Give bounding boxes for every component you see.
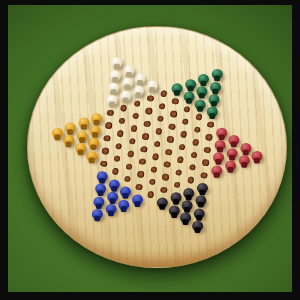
- board-hole[interactable]: [205, 134, 212, 141]
- board-grid-wrap: [28, 33, 286, 261]
- board-hole[interactable]: [149, 179, 156, 186]
- board-hole[interactable]: [100, 160, 107, 167]
- board-hole[interactable]: [132, 113, 139, 120]
- green-peg[interactable]: [208, 94, 219, 104]
- board-cell: [167, 203, 181, 217]
- board-hole[interactable]: [155, 128, 162, 135]
- board-hole[interactable]: [137, 171, 144, 178]
- black-peg[interactable]: [192, 221, 203, 231]
- board-cell: [130, 192, 144, 206]
- red-peg[interactable]: [213, 153, 224, 163]
- red-peg[interactable]: [227, 148, 238, 158]
- board-hole[interactable]: [127, 150, 134, 157]
- red-peg[interactable]: [228, 135, 239, 145]
- black-peg[interactable]: [182, 200, 193, 210]
- board-hole[interactable]: [192, 139, 199, 146]
- board-hole[interactable]: [160, 90, 167, 97]
- board-hole-grid: [40, 50, 274, 239]
- board-hole[interactable]: [153, 141, 160, 148]
- board-cell: [73, 141, 87, 155]
- green-background: [8, 5, 292, 292]
- white-peg[interactable]: [133, 86, 144, 96]
- yellow-peg[interactable]: [88, 138, 99, 148]
- board-hole[interactable]: [157, 116, 164, 123]
- board-hole[interactable]: [163, 161, 170, 168]
- board-hole[interactable]: [143, 120, 150, 127]
- black-peg[interactable]: [180, 213, 191, 223]
- white-peg[interactable]: [120, 90, 131, 100]
- board-cell: [237, 154, 251, 168]
- board-hole[interactable]: [200, 172, 207, 179]
- green-peg[interactable]: [198, 74, 209, 84]
- board-hole[interactable]: [162, 174, 169, 181]
- blue-peg[interactable]: [108, 179, 119, 189]
- red-peg[interactable]: [238, 156, 249, 166]
- yellow-peg[interactable]: [90, 125, 101, 135]
- blue-peg[interactable]: [107, 191, 118, 201]
- board-hole[interactable]: [142, 133, 149, 140]
- board-hole[interactable]: [182, 118, 189, 125]
- board-hole[interactable]: [188, 164, 195, 171]
- board-hole[interactable]: [118, 117, 125, 124]
- board-hole[interactable]: [180, 131, 187, 138]
- board-hole[interactable]: [203, 147, 210, 154]
- board-hole[interactable]: [190, 151, 197, 158]
- green-peg[interactable]: [196, 87, 207, 97]
- board-cell: [143, 188, 157, 202]
- board-hole[interactable]: [183, 106, 190, 113]
- board-hole[interactable]: [158, 103, 165, 110]
- blue-peg[interactable]: [118, 199, 129, 209]
- board-hole[interactable]: [140, 146, 147, 153]
- board-hole[interactable]: [172, 98, 179, 105]
- board-hole[interactable]: [160, 186, 167, 193]
- board-hole[interactable]: [174, 182, 181, 189]
- yellow-peg[interactable]: [87, 151, 98, 161]
- blue-peg[interactable]: [120, 187, 131, 197]
- board-cell: [62, 133, 76, 147]
- white-peg[interactable]: [106, 95, 117, 105]
- board-hole[interactable]: [124, 176, 131, 183]
- board-cell: [250, 149, 264, 163]
- green-peg[interactable]: [195, 99, 206, 109]
- photo-frame: [0, 0, 300, 300]
- green-peg[interactable]: [211, 69, 222, 79]
- board-cell: [117, 197, 131, 211]
- white-peg[interactable]: [110, 70, 121, 80]
- white-peg[interactable]: [123, 65, 134, 75]
- blue-peg[interactable]: [97, 171, 108, 181]
- board-hole[interactable]: [170, 111, 177, 118]
- yellow-peg[interactable]: [65, 122, 76, 132]
- red-peg[interactable]: [217, 127, 228, 137]
- board-hole[interactable]: [130, 125, 137, 132]
- white-peg[interactable]: [146, 81, 157, 91]
- yellow-peg[interactable]: [75, 143, 86, 153]
- board-hole[interactable]: [138, 158, 145, 165]
- white-peg[interactable]: [135, 73, 146, 83]
- board-hole[interactable]: [178, 144, 185, 151]
- grid-row: [250, 149, 264, 163]
- green-peg[interactable]: [183, 91, 194, 101]
- board-cell: [210, 163, 224, 177]
- yellow-peg[interactable]: [92, 113, 103, 123]
- board-hole[interactable]: [207, 121, 214, 128]
- board-hole[interactable]: [103, 135, 110, 142]
- board-hole[interactable]: [165, 149, 172, 156]
- yellow-peg[interactable]: [78, 118, 89, 128]
- board-hole[interactable]: [117, 130, 124, 137]
- blue-peg[interactable]: [93, 196, 104, 206]
- black-peg[interactable]: [197, 183, 208, 193]
- board-cell: [103, 202, 117, 216]
- green-peg[interactable]: [206, 107, 217, 117]
- yellow-peg[interactable]: [52, 127, 63, 137]
- board-hole[interactable]: [168, 123, 175, 130]
- board-hole[interactable]: [128, 138, 135, 145]
- board-hole[interactable]: [167, 136, 174, 143]
- yellow-peg[interactable]: [77, 130, 88, 140]
- board-hole[interactable]: [102, 148, 109, 155]
- board-hole[interactable]: [115, 143, 122, 150]
- red-peg[interactable]: [215, 140, 226, 150]
- blue-peg[interactable]: [132, 194, 143, 204]
- blue-peg[interactable]: [105, 204, 116, 214]
- blue-peg[interactable]: [95, 184, 106, 194]
- board-hole[interactable]: [112, 168, 119, 175]
- black-peg[interactable]: [170, 192, 181, 202]
- black-peg[interactable]: [193, 208, 204, 218]
- board-cell: [85, 149, 99, 163]
- white-peg[interactable]: [121, 78, 132, 88]
- board-hole[interactable]: [135, 183, 142, 190]
- black-peg[interactable]: [168, 205, 179, 215]
- blue-peg[interactable]: [92, 209, 103, 219]
- black-peg[interactable]: [183, 188, 194, 198]
- red-peg[interactable]: [240, 143, 251, 153]
- board-hole[interactable]: [133, 100, 140, 107]
- board-hole[interactable]: [147, 191, 154, 198]
- red-peg[interactable]: [212, 165, 223, 175]
- board-cell: [178, 211, 192, 225]
- board-hole[interactable]: [120, 105, 127, 112]
- red-peg[interactable]: [225, 160, 236, 170]
- board-hole[interactable]: [187, 177, 194, 184]
- board-hole[interactable]: [195, 114, 202, 121]
- board-cell: [155, 195, 169, 209]
- board-hole[interactable]: [202, 159, 209, 166]
- board-cell: [90, 207, 104, 221]
- board-cell: [50, 125, 64, 139]
- board-hole[interactable]: [105, 122, 112, 129]
- board-hole[interactable]: [177, 156, 184, 163]
- board-hole[interactable]: [175, 169, 182, 176]
- board-hole[interactable]: [125, 163, 132, 170]
- green-peg[interactable]: [185, 79, 196, 89]
- board-cell: [190, 219, 204, 233]
- board-hole[interactable]: [107, 110, 114, 117]
- board-hole[interactable]: [113, 155, 120, 162]
- green-peg[interactable]: [210, 82, 221, 92]
- board-cell: [223, 158, 237, 172]
- board-hole[interactable]: [145, 108, 152, 115]
- board-hole[interactable]: [193, 126, 200, 133]
- white-peg[interactable]: [108, 83, 119, 93]
- white-peg[interactable]: [111, 57, 122, 67]
- yellow-peg[interactable]: [63, 135, 74, 145]
- board-hole[interactable]: [150, 166, 157, 173]
- green-peg[interactable]: [171, 84, 182, 94]
- black-peg[interactable]: [157, 197, 168, 207]
- red-peg[interactable]: [252, 151, 263, 161]
- chinese-checkers-board: [27, 26, 287, 268]
- board-hole[interactable]: [152, 153, 159, 160]
- board-hole[interactable]: [147, 95, 154, 102]
- black-peg[interactable]: [195, 195, 206, 205]
- grid-row: [50, 125, 64, 139]
